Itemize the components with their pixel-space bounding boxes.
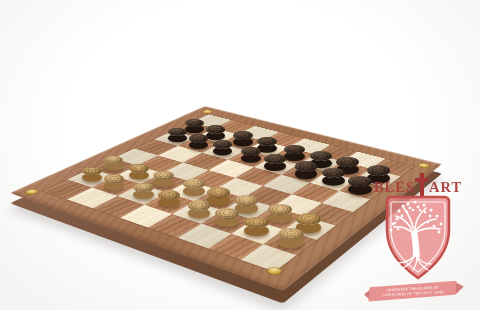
dark-checker-piece	[264, 154, 285, 164]
ribbon-banner: HANDMADE TREASURES BY CHRISTIANS OF THE …	[364, 281, 464, 307]
light-checker-piece	[235, 195, 258, 206]
light-checker-piece	[104, 156, 123, 165]
light-checker-piece	[207, 187, 229, 197]
dark-checker-piece	[206, 125, 225, 134]
light-checker-piece	[244, 217, 269, 228]
brass-corner-medallion	[24, 188, 40, 195]
dark-checker-piece	[295, 161, 317, 171]
dark-checker-piece	[185, 119, 203, 127]
brass-corner-medallion	[201, 109, 213, 113]
brass-corner-medallion	[417, 162, 431, 168]
light-checker-piece	[278, 228, 304, 240]
dark-checker-piece	[336, 157, 359, 167]
light-checker-piece	[104, 174, 124, 183]
product-photo-scene: BLESART	[0, 0, 480, 310]
shield-tree-emblem	[382, 193, 454, 283]
light-checker-piece	[188, 200, 211, 211]
checkers-board	[10, 106, 442, 291]
dark-checker-piece	[213, 140, 233, 149]
light-checker-piece	[183, 179, 205, 189]
dark-checker-piece	[310, 151, 332, 161]
